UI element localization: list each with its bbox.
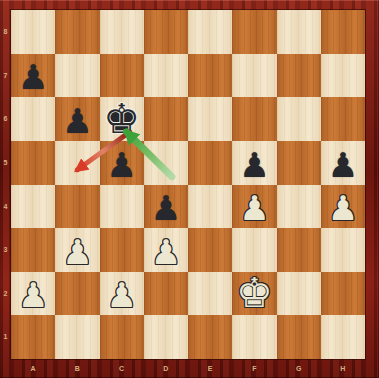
square-h4[interactable]: ♟ — [321, 185, 365, 229]
black-pawn-a7[interactable]: ♟ — [18, 60, 48, 94]
rank-label-3: 3 — [0, 228, 11, 272]
white-pawn-a2[interactable]: ♟ — [18, 278, 48, 312]
square-a8[interactable] — [11, 10, 55, 54]
square-d2[interactable] — [144, 272, 188, 316]
square-d1[interactable] — [144, 315, 188, 359]
square-a6[interactable] — [11, 97, 55, 141]
square-e2[interactable] — [188, 272, 232, 316]
square-b8[interactable] — [55, 10, 99, 54]
file-label-b: B — [55, 359, 99, 378]
square-a4[interactable] — [11, 185, 55, 229]
square-e6[interactable] — [188, 97, 232, 141]
square-b6[interactable]: ♟ — [55, 97, 99, 141]
square-h6[interactable] — [321, 97, 365, 141]
white-pawn-h4[interactable]: ♟ — [328, 191, 358, 225]
square-g3[interactable] — [277, 228, 321, 272]
black-pawn-c5[interactable]: ♟ — [106, 148, 136, 182]
square-f8[interactable] — [232, 10, 276, 54]
white-king-f2[interactable]: ♚ — [236, 273, 273, 314]
square-c1[interactable] — [100, 315, 144, 359]
file-label-e: E — [188, 359, 232, 378]
square-a1[interactable] — [11, 315, 55, 359]
black-pawn-f5[interactable]: ♟ — [239, 148, 269, 182]
square-e8[interactable] — [188, 10, 232, 54]
chess-board-frame: ♟♟♚♟♟♟♟♟♟♟♟♟♟♚ 8 7 6 5 4 3 2 1 A B C D E… — [0, 0, 379, 378]
square-c2[interactable]: ♟ — [100, 272, 144, 316]
rank-labels: 8 7 6 5 4 3 2 1 — [0, 10, 11, 359]
square-a5[interactable] — [11, 141, 55, 185]
square-d6[interactable] — [144, 97, 188, 141]
square-g2[interactable] — [277, 272, 321, 316]
square-f2[interactable]: ♚ — [232, 272, 276, 316]
black-pawn-b6[interactable]: ♟ — [62, 104, 92, 138]
rank-label-4: 4 — [0, 185, 11, 229]
chess-board: ♟♟♚♟♟♟♟♟♟♟♟♟♟♚ — [11, 10, 365, 359]
square-c8[interactable] — [100, 10, 144, 54]
square-b1[interactable] — [55, 315, 99, 359]
white-pawn-b3[interactable]: ♟ — [62, 235, 92, 269]
square-g5[interactable] — [277, 141, 321, 185]
square-h7[interactable] — [321, 54, 365, 98]
square-h3[interactable] — [321, 228, 365, 272]
file-labels: A B C D E F G H — [11, 359, 365, 378]
rank-label-6: 6 — [0, 97, 11, 141]
black-pawn-d4[interactable]: ♟ — [151, 191, 181, 225]
rank-label-2: 2 — [0, 272, 11, 316]
square-e4[interactable] — [188, 185, 232, 229]
square-c7[interactable] — [100, 54, 144, 98]
square-g8[interactable] — [277, 10, 321, 54]
square-d5[interactable] — [144, 141, 188, 185]
square-f4[interactable]: ♟ — [232, 185, 276, 229]
file-label-f: F — [232, 359, 276, 378]
square-g1[interactable] — [277, 315, 321, 359]
square-d3[interactable]: ♟ — [144, 228, 188, 272]
file-label-c: C — [100, 359, 144, 378]
square-h1[interactable] — [321, 315, 365, 359]
file-label-d: D — [144, 359, 188, 378]
square-a3[interactable] — [11, 228, 55, 272]
square-b5[interactable] — [55, 141, 99, 185]
square-h5[interactable]: ♟ — [321, 141, 365, 185]
square-h2[interactable] — [321, 272, 365, 316]
square-b4[interactable] — [55, 185, 99, 229]
square-f5[interactable]: ♟ — [232, 141, 276, 185]
file-label-h: H — [321, 359, 365, 378]
square-g4[interactable] — [277, 185, 321, 229]
square-f6[interactable] — [232, 97, 276, 141]
square-f3[interactable] — [232, 228, 276, 272]
square-b3[interactable]: ♟ — [55, 228, 99, 272]
white-pawn-f4[interactable]: ♟ — [239, 191, 269, 225]
file-label-g: G — [277, 359, 321, 378]
rank-label-5: 5 — [0, 141, 11, 185]
square-a2[interactable]: ♟ — [11, 272, 55, 316]
rank-label-8: 8 — [0, 10, 11, 54]
square-c4[interactable] — [100, 185, 144, 229]
rank-label-7: 7 — [0, 54, 11, 98]
square-e7[interactable] — [188, 54, 232, 98]
file-label-a: A — [11, 359, 55, 378]
square-d4[interactable]: ♟ — [144, 185, 188, 229]
square-f7[interactable] — [232, 54, 276, 98]
square-e3[interactable] — [188, 228, 232, 272]
square-a7[interactable]: ♟ — [11, 54, 55, 98]
white-pawn-c2[interactable]: ♟ — [106, 278, 136, 312]
rank-label-1: 1 — [0, 315, 11, 359]
square-e1[interactable] — [188, 315, 232, 359]
square-b2[interactable] — [55, 272, 99, 316]
square-e5[interactable] — [188, 141, 232, 185]
square-c3[interactable] — [100, 228, 144, 272]
square-d7[interactable] — [144, 54, 188, 98]
square-h8[interactable] — [321, 10, 365, 54]
white-pawn-d3[interactable]: ♟ — [151, 235, 181, 269]
square-d8[interactable] — [144, 10, 188, 54]
square-b7[interactable] — [55, 54, 99, 98]
square-f1[interactable] — [232, 315, 276, 359]
square-c6[interactable]: ♚ — [100, 97, 144, 141]
black-pawn-h5[interactable]: ♟ — [328, 148, 358, 182]
square-g6[interactable] — [277, 97, 321, 141]
square-c5[interactable]: ♟ — [100, 141, 144, 185]
black-king-c6[interactable]: ♚ — [103, 99, 140, 140]
square-g7[interactable] — [277, 54, 321, 98]
